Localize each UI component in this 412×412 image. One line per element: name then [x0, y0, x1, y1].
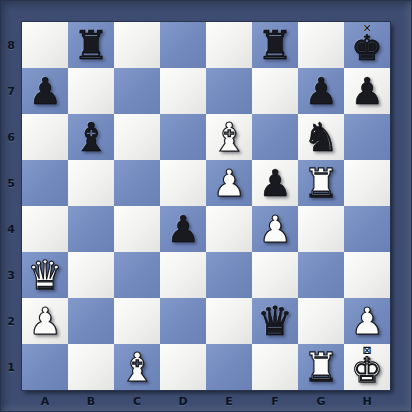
rank-label-2: 2: [0, 298, 22, 344]
square-f3[interactable]: [252, 252, 298, 298]
square-c4[interactable]: [114, 206, 160, 252]
rank-label-7: 7: [0, 68, 22, 114]
file-label-h: H: [344, 390, 390, 412]
square-f6[interactable]: [252, 114, 298, 160]
square-g7[interactable]: ♟: [298, 68, 344, 114]
square-d8[interactable]: [160, 22, 206, 68]
file-label-b: B: [68, 390, 114, 412]
square-g2[interactable]: [298, 298, 344, 344]
square-a5[interactable]: [22, 160, 68, 206]
rank-label-1: 1: [0, 344, 22, 390]
black-pawn-f5[interactable]: ♟: [252, 160, 298, 206]
white-rook-g5[interactable]: ♜: [298, 160, 344, 206]
file-label-a: A: [22, 390, 68, 412]
square-f4[interactable]: ♟: [252, 206, 298, 252]
square-d4[interactable]: ♟: [160, 206, 206, 252]
square-b5[interactable]: [68, 160, 114, 206]
white-rook-g1[interactable]: ♜: [298, 344, 344, 390]
file-labels: ABCDEFGH: [22, 390, 390, 412]
square-c5[interactable]: [114, 160, 160, 206]
square-h4[interactable]: [344, 206, 390, 252]
square-a7[interactable]: ♟: [22, 68, 68, 114]
square-e4[interactable]: [206, 206, 252, 252]
file-label-d: D: [160, 390, 206, 412]
square-a1[interactable]: [22, 344, 68, 390]
white-queen-a3[interactable]: ♛: [22, 252, 68, 298]
black-queen-f2[interactable]: ♛: [252, 298, 298, 344]
white-pawn-f4[interactable]: ♟: [252, 206, 298, 252]
square-f8[interactable]: ♜: [252, 22, 298, 68]
file-label-f: F: [252, 390, 298, 412]
square-g4[interactable]: [298, 206, 344, 252]
square-a4[interactable]: [22, 206, 68, 252]
square-g8[interactable]: [298, 22, 344, 68]
square-b3[interactable]: [68, 252, 114, 298]
rank-label-5: 5: [0, 160, 22, 206]
square-d2[interactable]: [160, 298, 206, 344]
black-pawn-a7[interactable]: ♟: [22, 68, 68, 114]
board: ♜♜♚✕♟♟♟♝♝♞♟♟♜♟♟♛♟♛♟♝♜♚⊠: [22, 22, 390, 390]
square-e5[interactable]: ♟: [206, 160, 252, 206]
file-label-g: G: [298, 390, 344, 412]
square-e2[interactable]: [206, 298, 252, 344]
square-d5[interactable]: [160, 160, 206, 206]
square-h5[interactable]: [344, 160, 390, 206]
square-e7[interactable]: [206, 68, 252, 114]
square-e6[interactable]: ♝: [206, 114, 252, 160]
square-g6[interactable]: ♞: [298, 114, 344, 160]
black-pawn-d4[interactable]: ♟: [160, 206, 206, 252]
white-pawn-h2[interactable]: ♟: [344, 298, 390, 344]
rank-label-4: 4: [0, 206, 22, 252]
square-f1[interactable]: [252, 344, 298, 390]
square-e8[interactable]: [206, 22, 252, 68]
square-h3[interactable]: [344, 252, 390, 298]
square-e1[interactable]: [206, 344, 252, 390]
white-pawn-a2[interactable]: ♟: [22, 298, 68, 344]
chessboard-frame: ♜♜♚✕♟♟♟♝♝♞♟♟♜♟♟♛♟♛♟♝♜♚⊠ 87654321 ABCDEFG…: [0, 0, 412, 412]
square-c8[interactable]: [114, 22, 160, 68]
square-f7[interactable]: [252, 68, 298, 114]
rank-label-6: 6: [0, 114, 22, 160]
square-c2[interactable]: [114, 298, 160, 344]
black-king-marker-icon: ✕: [362, 23, 371, 34]
square-b7[interactable]: [68, 68, 114, 114]
square-b4[interactable]: [68, 206, 114, 252]
square-b8[interactable]: ♜: [68, 22, 114, 68]
rank-label-3: 3: [0, 252, 22, 298]
square-c6[interactable]: [114, 114, 160, 160]
white-pawn-e5[interactable]: ♟: [206, 160, 252, 206]
square-g5[interactable]: ♜: [298, 160, 344, 206]
rank-labels: 87654321: [0, 22, 22, 390]
square-d3[interactable]: [160, 252, 206, 298]
black-pawn-g7[interactable]: ♟: [298, 68, 344, 114]
square-a6[interactable]: [22, 114, 68, 160]
rank-label-8: 8: [0, 22, 22, 68]
square-b1[interactable]: [68, 344, 114, 390]
square-d1[interactable]: [160, 344, 206, 390]
black-rook-b8[interactable]: ♜: [68, 22, 114, 68]
square-d7[interactable]: [160, 68, 206, 114]
file-label-c: C: [114, 390, 160, 412]
square-f2[interactable]: ♛: [252, 298, 298, 344]
square-a3[interactable]: ♛: [22, 252, 68, 298]
white-king-marker-icon: ⊠: [362, 345, 371, 356]
square-h1[interactable]: ♚⊠: [344, 344, 390, 390]
square-g1[interactable]: ♜: [298, 344, 344, 390]
square-h6[interactable]: [344, 114, 390, 160]
black-knight-g6[interactable]: ♞: [298, 114, 344, 160]
white-bishop-c1[interactable]: ♝: [114, 344, 160, 390]
square-c7[interactable]: [114, 68, 160, 114]
square-a2[interactable]: ♟: [22, 298, 68, 344]
square-h8[interactable]: ♚✕: [344, 22, 390, 68]
square-e3[interactable]: [206, 252, 252, 298]
square-d6[interactable]: [160, 114, 206, 160]
square-f5[interactable]: ♟: [252, 160, 298, 206]
black-rook-f8[interactable]: ♜: [252, 22, 298, 68]
white-bishop-e6[interactable]: ♝: [206, 114, 252, 160]
black-bishop-b6[interactable]: ♝: [68, 114, 114, 160]
square-b6[interactable]: ♝: [68, 114, 114, 160]
square-h7[interactable]: ♟: [344, 68, 390, 114]
square-b2[interactable]: [68, 298, 114, 344]
square-a8[interactable]: [22, 22, 68, 68]
file-label-e: E: [206, 390, 252, 412]
square-c3[interactable]: [114, 252, 160, 298]
square-g3[interactable]: [298, 252, 344, 298]
square-h2[interactable]: ♟: [344, 298, 390, 344]
black-pawn-h7[interactable]: ♟: [344, 68, 390, 114]
square-c1[interactable]: ♝: [114, 344, 160, 390]
